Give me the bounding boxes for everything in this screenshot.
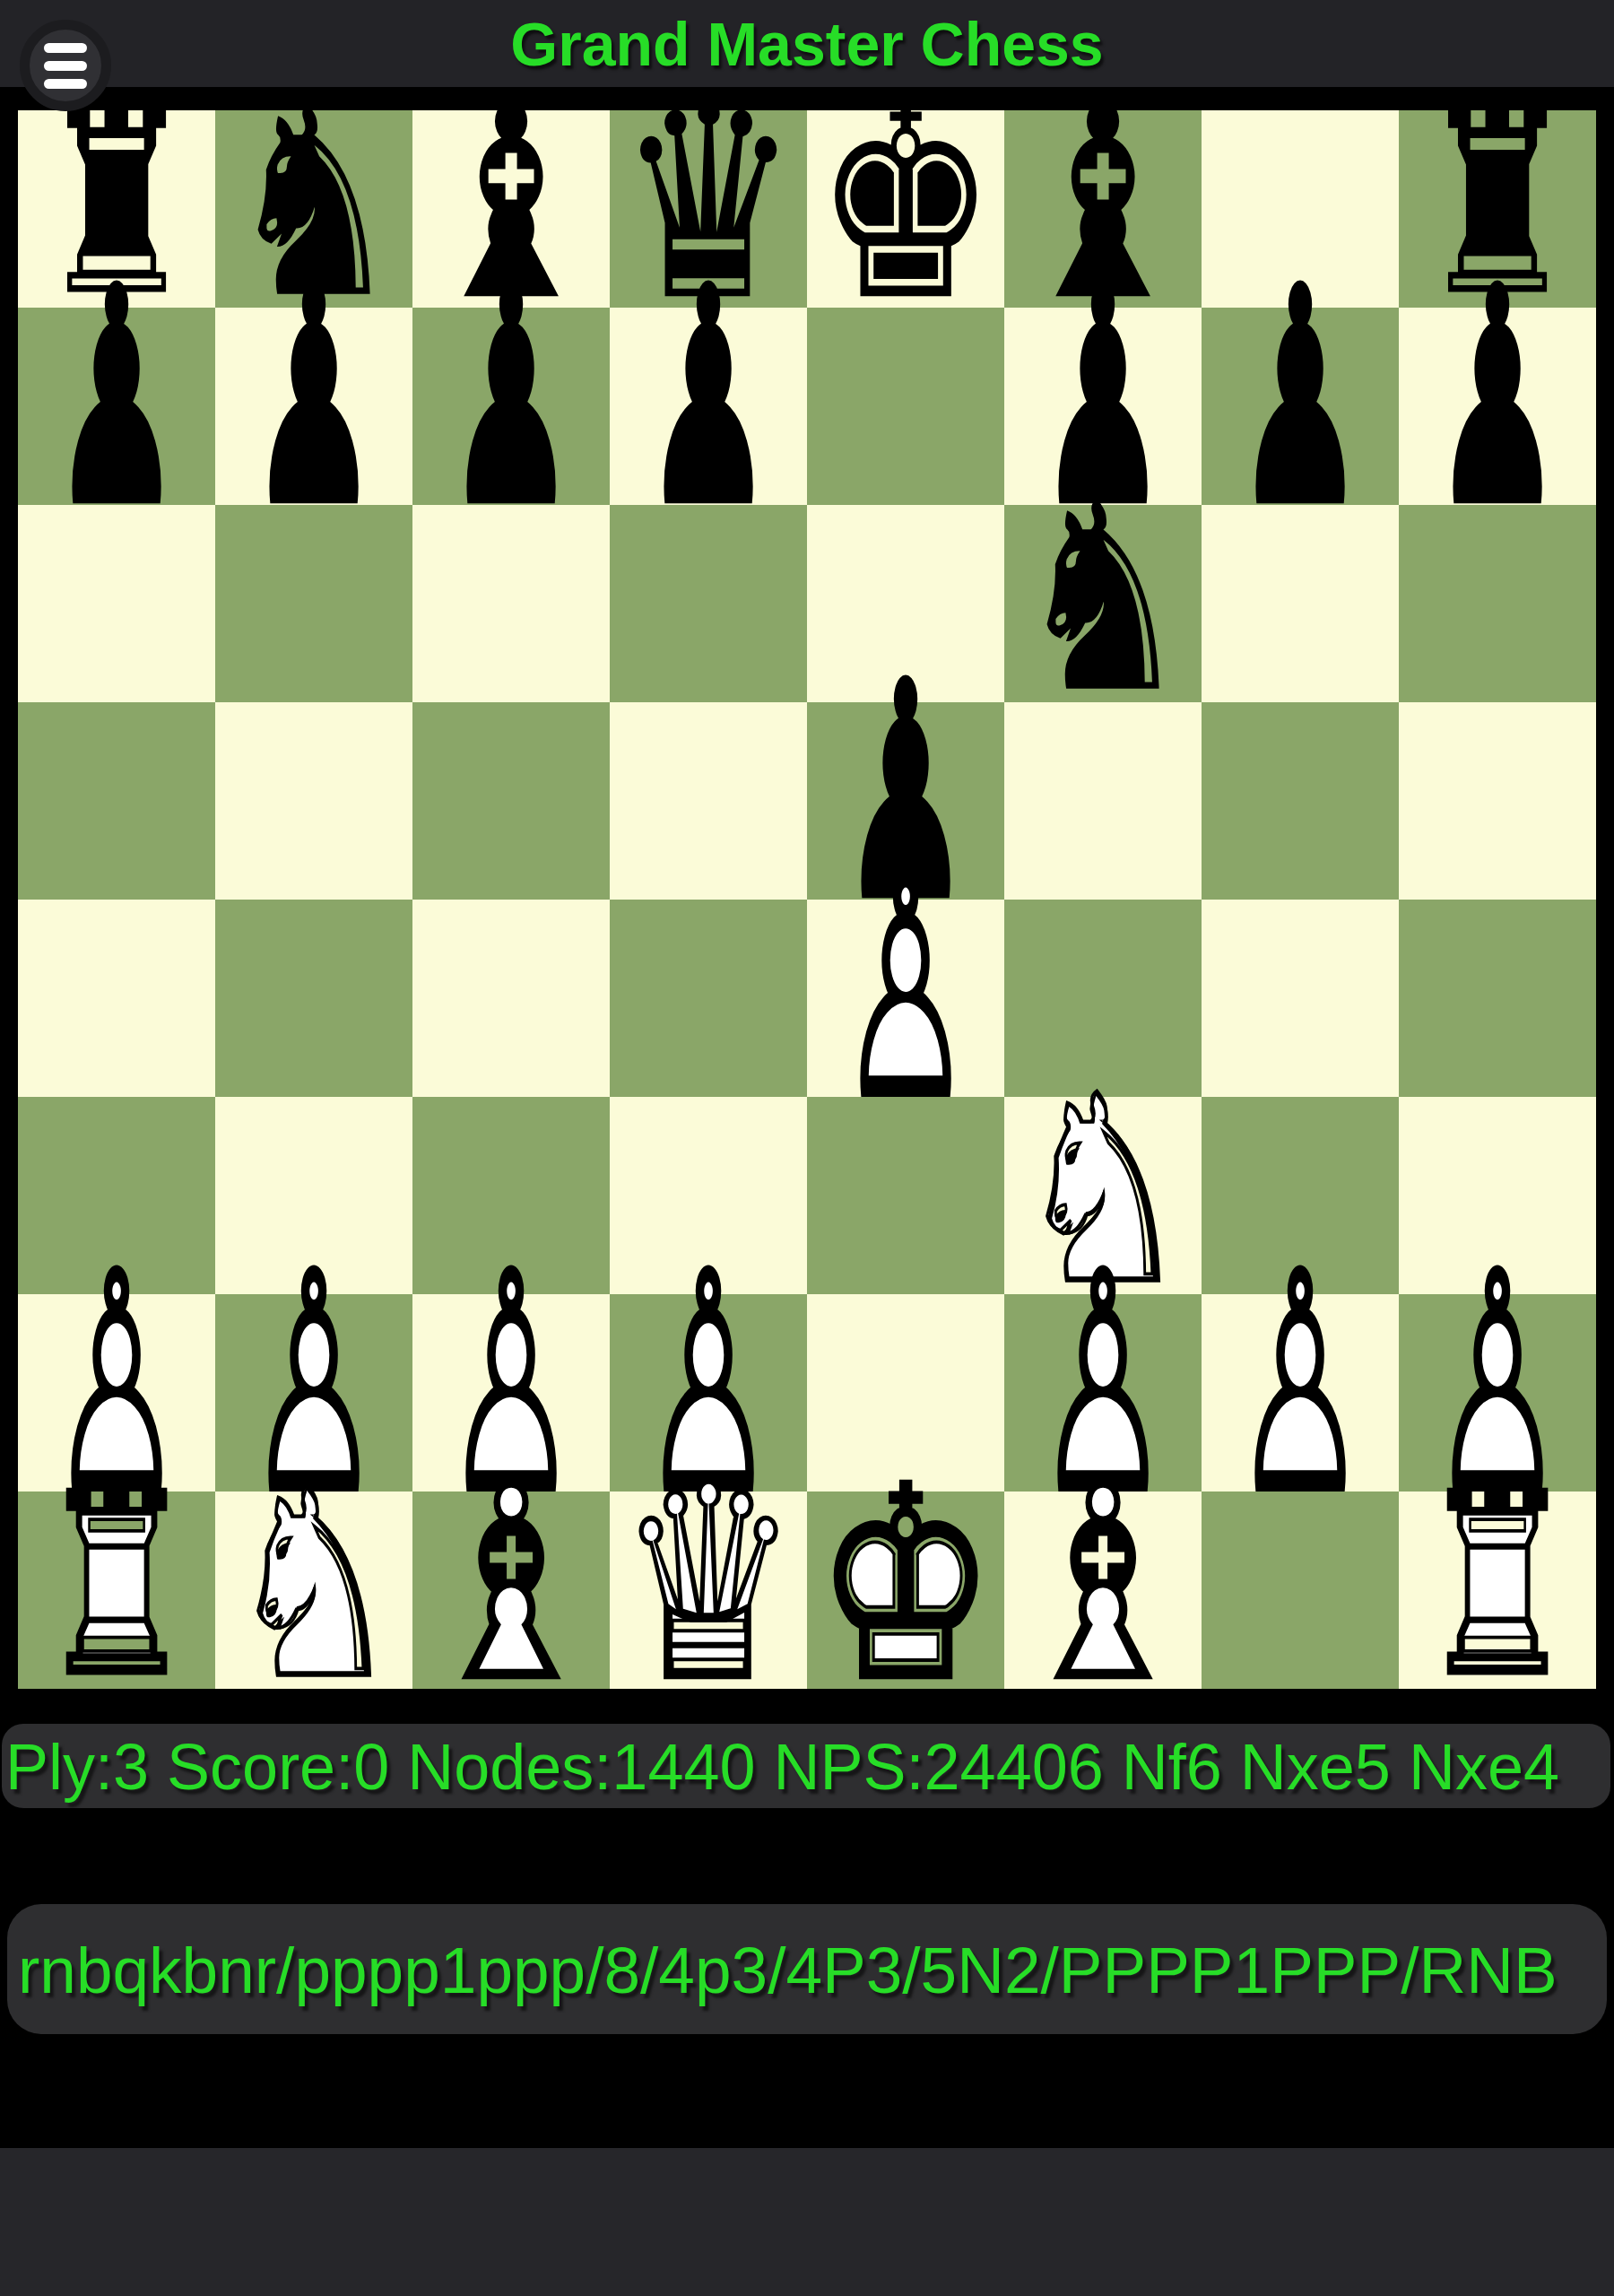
piece-glyph-fill: ♚ <box>815 70 996 338</box>
square-f1[interactable]: ♝♗ <box>1004 1492 1202 1689</box>
square-h6[interactable] <box>1399 505 1596 702</box>
white-queen[interactable]: ♛♕ <box>618 1451 799 1719</box>
square-e1[interactable]: ♚♔ <box>807 1492 1004 1689</box>
fen-text: rnbqkbnr/pppp1ppp/8/4p3/4P3/5N2/PPPP1PPP… <box>7 1904 1607 2034</box>
square-c5[interactable] <box>412 702 610 900</box>
square-g5[interactable] <box>1202 702 1399 900</box>
square-h7[interactable]: ♟ <box>1399 308 1596 505</box>
square-b1[interactable]: ♞♘ <box>215 1492 412 1689</box>
square-d7[interactable]: ♟ <box>610 308 807 505</box>
piece-glyph-outline: ♗ <box>421 1451 602 1719</box>
hamburger-bar <box>44 43 87 53</box>
square-g4[interactable] <box>1202 900 1399 1097</box>
square-b4[interactable] <box>215 900 412 1097</box>
white-rook[interactable]: ♜♖ <box>38 1461 195 1713</box>
square-g1[interactable] <box>1202 1492 1399 1689</box>
piece-glyph-fill: ♞ <box>1015 469 1191 729</box>
engine-status-text: Ply:3 Score:0 Nodes:1440 NPS:24406 Nf6 N… <box>2 1724 1610 1808</box>
square-b7[interactable]: ♟ <box>215 308 412 505</box>
square-d4[interactable] <box>610 900 807 1097</box>
bottom-panel <box>0 2148 1614 2296</box>
square-b6[interactable] <box>215 505 412 702</box>
black-knight[interactable]: ♞ <box>1015 469 1191 729</box>
hamburger-bar <box>44 79 87 89</box>
engine-status-bar: Ply:3 Score:0 Nodes:1440 NPS:24406 Nf6 N… <box>2 1724 1610 1808</box>
piece-glyph-outline: ♘ <box>226 1456 402 1716</box>
square-d1[interactable]: ♛♕ <box>610 1492 807 1689</box>
white-bishop[interactable]: ♝♗ <box>421 1451 602 1719</box>
chess-board: ♜♞♝♛♚♝♜♟♟♟♟♟♟♟♞♟♟♙♞♘♟♙♟♙♟♙♟♙♟♙♟♙♟♙♜♖♞♘♝♗… <box>18 110 1596 1689</box>
square-a4[interactable] <box>18 900 215 1097</box>
square-e7[interactable] <box>807 308 1004 505</box>
square-g7[interactable]: ♟ <box>1202 308 1399 505</box>
square-c6[interactable] <box>412 505 610 702</box>
square-a5[interactable] <box>18 702 215 900</box>
square-g2[interactable]: ♟♙ <box>1202 1294 1399 1492</box>
white-bishop[interactable]: ♝♗ <box>1012 1451 1193 1719</box>
square-a7[interactable]: ♟ <box>18 308 215 505</box>
menu-button[interactable] <box>20 20 111 111</box>
square-h4[interactable] <box>1399 900 1596 1097</box>
piece-glyph-outline: ♖ <box>1419 1461 1575 1713</box>
square-f6[interactable]: ♞ <box>1004 505 1202 702</box>
piece-glyph-outline: ♕ <box>618 1451 799 1719</box>
white-knight[interactable]: ♞♘ <box>226 1456 402 1716</box>
hamburger-bar <box>44 61 87 71</box>
piece-glyph-outline: ♔ <box>815 1451 996 1719</box>
square-h5[interactable] <box>1399 702 1596 900</box>
piece-glyph-outline: ♖ <box>38 1461 195 1713</box>
square-e3[interactable] <box>807 1097 1004 1294</box>
fen-bar: rnbqkbnr/pppp1ppp/8/4p3/4P3/5N2/PPPP1PPP… <box>7 1904 1607 2034</box>
square-d5[interactable] <box>610 702 807 900</box>
square-e4[interactable]: ♟♙ <box>807 900 1004 1097</box>
square-b5[interactable] <box>215 702 412 900</box>
square-d6[interactable] <box>610 505 807 702</box>
piece-glyph-outline: ♗ <box>1012 1451 1193 1719</box>
square-a1[interactable]: ♜♖ <box>18 1492 215 1689</box>
black-king[interactable]: ♚ <box>815 70 996 338</box>
square-f5[interactable] <box>1004 702 1202 900</box>
square-e8[interactable]: ♚ <box>807 110 1004 308</box>
white-rook[interactable]: ♜♖ <box>1419 1461 1575 1713</box>
square-c7[interactable]: ♟ <box>412 308 610 505</box>
square-a6[interactable] <box>18 505 215 702</box>
square-g6[interactable] <box>1202 505 1399 702</box>
square-h1[interactable]: ♜♖ <box>1399 1492 1596 1689</box>
square-c4[interactable] <box>412 900 610 1097</box>
white-king[interactable]: ♚♔ <box>815 1451 996 1719</box>
square-c1[interactable]: ♝♗ <box>412 1492 610 1689</box>
